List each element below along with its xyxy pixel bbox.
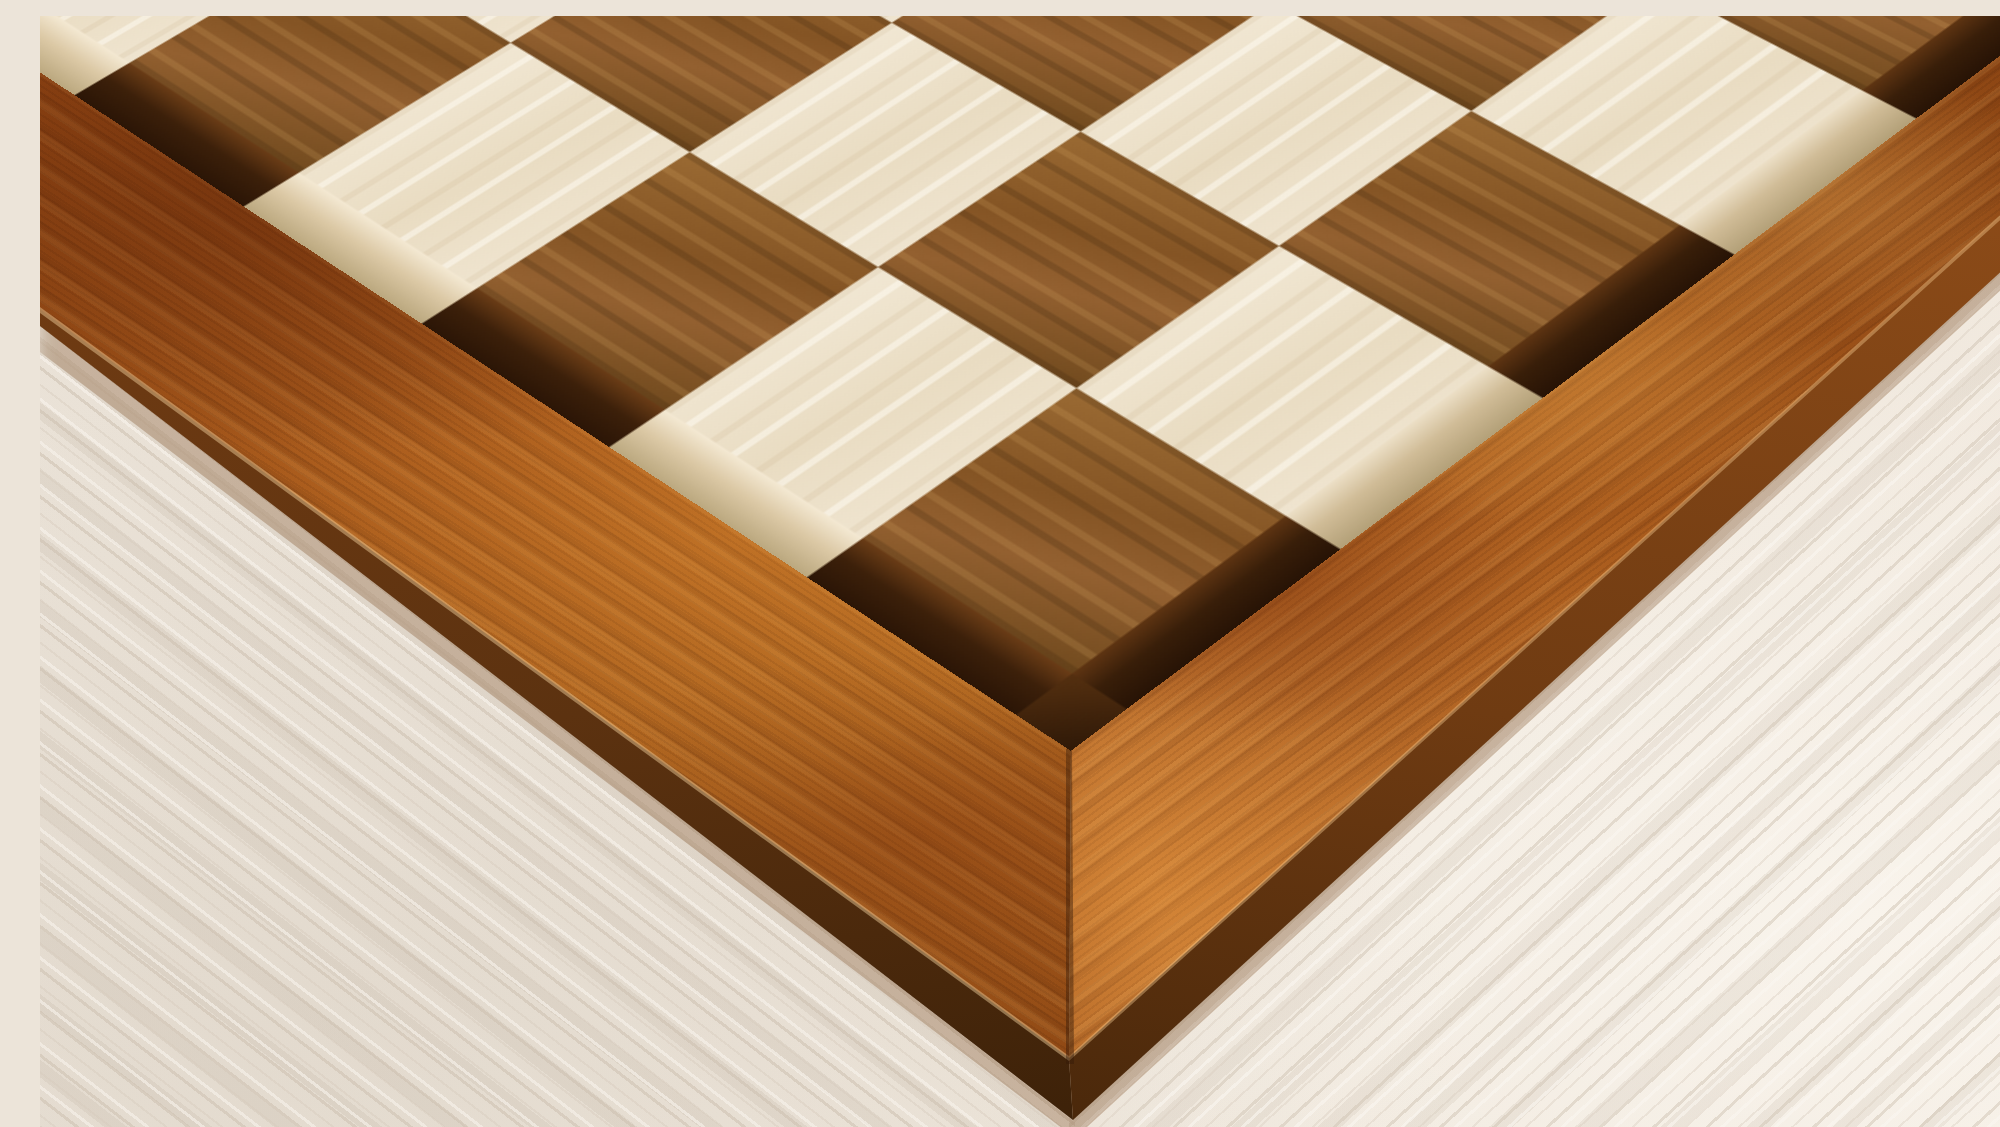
chessboard-photo: Close-up corner view of an empty wooden … — [40, 16, 2000, 1127]
